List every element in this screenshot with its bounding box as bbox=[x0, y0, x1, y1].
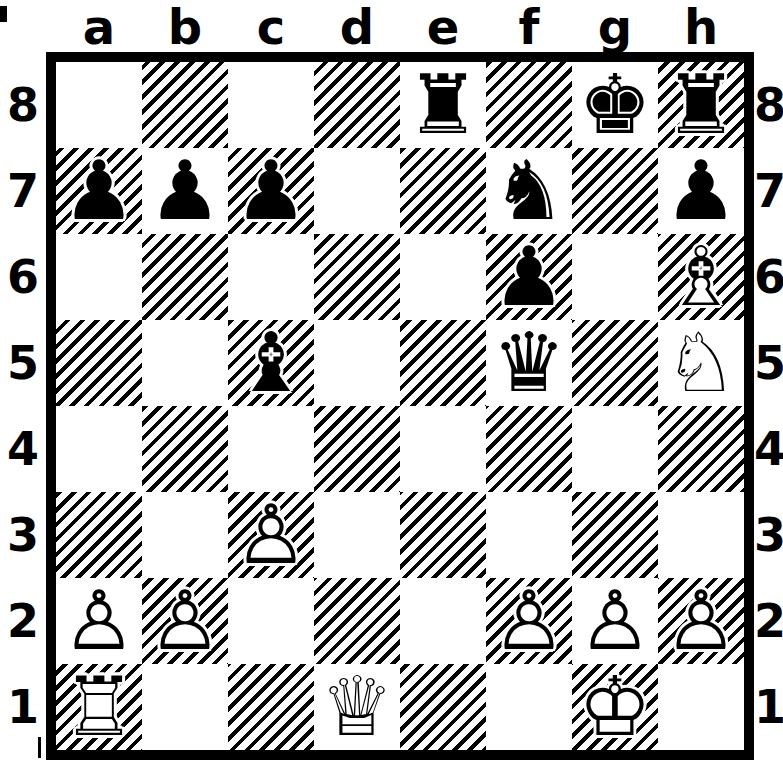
black-rook-h8: ♜ bbox=[658, 62, 744, 148]
square-b3 bbox=[142, 492, 228, 578]
white-pawn-h2: ♙ bbox=[658, 578, 744, 664]
white-pawn-f2: ♙ bbox=[486, 578, 572, 664]
square-g8: ♚♚ bbox=[572, 62, 658, 148]
file-label-d: d bbox=[314, 0, 400, 52]
piece-halo-d1: ♛ bbox=[314, 664, 400, 750]
square-g4 bbox=[572, 406, 658, 492]
square-f8 bbox=[486, 62, 572, 148]
square-c8 bbox=[228, 62, 314, 148]
square-e4 bbox=[400, 406, 486, 492]
white-rook-a1: ♖ bbox=[56, 664, 142, 750]
rank-label-right-6: 6 bbox=[754, 234, 783, 320]
square-c6 bbox=[228, 234, 314, 320]
white-knight-h5: ♘ bbox=[658, 320, 744, 406]
square-c2 bbox=[228, 578, 314, 664]
square-g2: ♟♙ bbox=[572, 578, 658, 664]
square-g1: ♚♔ bbox=[572, 664, 658, 750]
square-e3 bbox=[400, 492, 486, 578]
square-h8: ♜♜ bbox=[658, 62, 744, 148]
square-d8 bbox=[314, 62, 400, 148]
square-b4 bbox=[142, 406, 228, 492]
square-a6 bbox=[56, 234, 142, 320]
black-king-g8: ♚ bbox=[572, 62, 658, 148]
piece-halo-f2: ♟ bbox=[486, 578, 572, 664]
piece-halo-e8: ♜ bbox=[400, 62, 486, 148]
file-labels-row: abcdefgh bbox=[56, 0, 744, 52]
file-label-a: a bbox=[56, 0, 142, 52]
square-b6 bbox=[142, 234, 228, 320]
square-h5: ♞♘ bbox=[658, 320, 744, 406]
square-g7 bbox=[572, 148, 658, 234]
file-label-e: e bbox=[400, 0, 486, 52]
square-c5: ♝♝ bbox=[228, 320, 314, 406]
black-knight-f7: ♞ bbox=[486, 148, 572, 234]
rank-label-left-7: 7 bbox=[0, 148, 46, 234]
square-e8: ♜♜ bbox=[400, 62, 486, 148]
black-pawn-b7: ♟ bbox=[142, 148, 228, 234]
piece-halo-g8: ♚ bbox=[572, 62, 658, 148]
rank-labels-right: 87654321 bbox=[754, 62, 783, 750]
square-d5 bbox=[314, 320, 400, 406]
white-pawn-c3: ♙ bbox=[228, 492, 314, 578]
square-f2: ♟♙ bbox=[486, 578, 572, 664]
black-pawn-a7: ♟ bbox=[56, 148, 142, 234]
square-h1 bbox=[658, 664, 744, 750]
rank-label-right-2: 2 bbox=[754, 578, 783, 664]
piece-halo-h8: ♜ bbox=[658, 62, 744, 148]
square-f6: ♟♟ bbox=[486, 234, 572, 320]
black-queen-f5: ♛ bbox=[486, 320, 572, 406]
white-pawn-b2: ♙ bbox=[142, 578, 228, 664]
square-e5 bbox=[400, 320, 486, 406]
square-f5: ♛♛ bbox=[486, 320, 572, 406]
square-g5 bbox=[572, 320, 658, 406]
square-f4 bbox=[486, 406, 572, 492]
square-a8 bbox=[56, 62, 142, 148]
square-c1 bbox=[228, 664, 314, 750]
square-a4 bbox=[56, 406, 142, 492]
scan-artifact-tick bbox=[38, 737, 41, 758]
piece-halo-a2: ♟ bbox=[56, 578, 142, 664]
piece-halo-f6: ♟ bbox=[486, 234, 572, 320]
piece-halo-f7: ♞ bbox=[486, 148, 572, 234]
piece-halo-c5: ♝ bbox=[228, 320, 314, 406]
piece-halo-h7: ♟ bbox=[658, 148, 744, 234]
square-e2 bbox=[400, 578, 486, 664]
square-d7 bbox=[314, 148, 400, 234]
rank-label-right-4: 4 bbox=[754, 406, 783, 492]
square-h2: ♟♙ bbox=[658, 578, 744, 664]
square-a5 bbox=[56, 320, 142, 406]
square-a2: ♟♙ bbox=[56, 578, 142, 664]
black-pawn-f6: ♟ bbox=[486, 234, 572, 320]
black-rook-e8: ♜ bbox=[400, 62, 486, 148]
piece-halo-b2: ♟ bbox=[142, 578, 228, 664]
square-a1: ♜♖ bbox=[56, 664, 142, 750]
white-pawn-g2: ♙ bbox=[572, 578, 658, 664]
piece-halo-c3: ♟ bbox=[228, 492, 314, 578]
rank-label-right-3: 3 bbox=[754, 492, 783, 578]
square-b1 bbox=[142, 664, 228, 750]
square-b5 bbox=[142, 320, 228, 406]
white-bishop-h6: ♗ bbox=[658, 234, 744, 320]
piece-halo-c7: ♟ bbox=[228, 148, 314, 234]
square-e1 bbox=[400, 664, 486, 750]
square-b8 bbox=[142, 62, 228, 148]
chess-board: ♜♜♚♚♜♜♟♟♟♟♟♟♞♞♟♟♟♟♝♗♝♝♛♛♞♘♟♙♟♙♟♙♟♙♟♙♟♙♜♖… bbox=[56, 62, 744, 750]
square-c3: ♟♙ bbox=[228, 492, 314, 578]
piece-halo-h6: ♝ bbox=[658, 234, 744, 320]
square-b2: ♟♙ bbox=[142, 578, 228, 664]
scan-artifact-corner bbox=[0, 6, 7, 22]
piece-halo-a7: ♟ bbox=[56, 148, 142, 234]
square-e7 bbox=[400, 148, 486, 234]
white-pawn-a2: ♙ bbox=[56, 578, 142, 664]
chess-diagram-page: abcdefgh 87654321 87654321 ♜♜♚♚♜♜♟♟♟♟♟♟♞… bbox=[0, 0, 783, 767]
square-d3 bbox=[314, 492, 400, 578]
square-c4 bbox=[228, 406, 314, 492]
rank-label-right-7: 7 bbox=[754, 148, 783, 234]
square-b7: ♟♟ bbox=[142, 148, 228, 234]
square-g3 bbox=[572, 492, 658, 578]
rank-label-left-2: 2 bbox=[0, 578, 46, 664]
rank-label-left-6: 6 bbox=[0, 234, 46, 320]
square-f3 bbox=[486, 492, 572, 578]
file-label-h: h bbox=[658, 0, 744, 52]
rank-label-left-5: 5 bbox=[0, 320, 46, 406]
square-h7: ♟♟ bbox=[658, 148, 744, 234]
piece-halo-g1: ♚ bbox=[572, 664, 658, 750]
square-f1 bbox=[486, 664, 572, 750]
black-pawn-c7: ♟ bbox=[228, 148, 314, 234]
rank-label-right-8: 8 bbox=[754, 62, 783, 148]
square-c7: ♟♟ bbox=[228, 148, 314, 234]
rank-label-left-3: 3 bbox=[0, 492, 46, 578]
piece-halo-b7: ♟ bbox=[142, 148, 228, 234]
square-a3 bbox=[56, 492, 142, 578]
square-d6 bbox=[314, 234, 400, 320]
square-g6 bbox=[572, 234, 658, 320]
white-queen-d1: ♕ bbox=[314, 664, 400, 750]
piece-halo-g2: ♟ bbox=[572, 578, 658, 664]
rank-label-left-4: 4 bbox=[0, 406, 46, 492]
file-label-g: g bbox=[572, 0, 658, 52]
white-king-g1: ♔ bbox=[572, 664, 658, 750]
file-label-c: c bbox=[228, 0, 314, 52]
piece-halo-a1: ♜ bbox=[56, 664, 142, 750]
black-pawn-h7: ♟ bbox=[658, 148, 744, 234]
square-e6 bbox=[400, 234, 486, 320]
square-d2 bbox=[314, 578, 400, 664]
piece-halo-h2: ♟ bbox=[658, 578, 744, 664]
file-label-b: b bbox=[142, 0, 228, 52]
square-a7: ♟♟ bbox=[56, 148, 142, 234]
chess-board-border: ♜♜♚♚♜♜♟♟♟♟♟♟♞♞♟♟♟♟♝♗♝♝♛♛♞♘♟♙♟♙♟♙♟♙♟♙♟♙♜♖… bbox=[46, 52, 754, 760]
black-bishop-c5: ♝ bbox=[228, 320, 314, 406]
rank-label-left-8: 8 bbox=[0, 62, 46, 148]
piece-halo-h5: ♞ bbox=[658, 320, 744, 406]
square-h6: ♝♗ bbox=[658, 234, 744, 320]
rank-labels-left: 87654321 bbox=[0, 62, 46, 750]
square-h3 bbox=[658, 492, 744, 578]
piece-halo-f5: ♛ bbox=[486, 320, 572, 406]
rank-label-right-5: 5 bbox=[754, 320, 783, 406]
square-h4 bbox=[658, 406, 744, 492]
rank-label-right-1: 1 bbox=[754, 664, 783, 750]
square-d1: ♛♕ bbox=[314, 664, 400, 750]
square-d4 bbox=[314, 406, 400, 492]
square-f7: ♞♞ bbox=[486, 148, 572, 234]
file-label-f: f bbox=[486, 0, 572, 52]
